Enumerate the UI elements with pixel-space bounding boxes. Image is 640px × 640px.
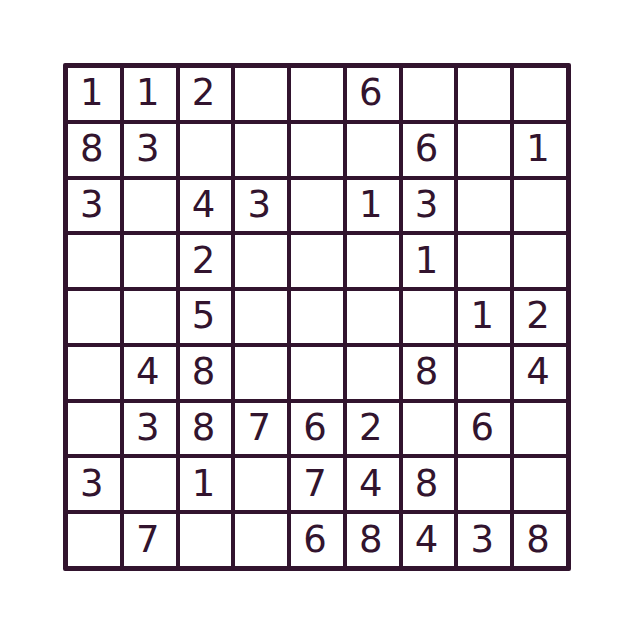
grid-cell[interactable]	[403, 68, 455, 120]
cell-clue-digit: 8	[359, 521, 383, 558]
grid-cell[interactable]: 8	[180, 347, 232, 399]
cell-clue-digit: 6	[303, 409, 327, 446]
grid-cell[interactable]	[514, 403, 566, 455]
cell-clue-digit: 6	[471, 409, 495, 446]
grid-cell[interactable]	[514, 458, 566, 510]
grid-cell[interactable]: 8	[514, 514, 566, 566]
grid-cell[interactable]: 2	[180, 235, 232, 287]
puzzle-page: 112683613431321512488438762631748768438	[0, 0, 640, 640]
grid-cell[interactable]	[68, 514, 120, 566]
grid-cell[interactable]: 3	[235, 180, 287, 232]
grid-cell[interactable]	[124, 458, 176, 510]
grid-cell[interactable]	[235, 458, 287, 510]
grid-cell[interactable]: 6	[403, 124, 455, 176]
grid-cell[interactable]	[291, 347, 343, 399]
cell-clue-digit: 5	[192, 297, 216, 334]
grid-cell[interactable]: 4	[514, 347, 566, 399]
grid-cell[interactable]: 3	[68, 180, 120, 232]
cell-clue-digit: 8	[192, 353, 216, 390]
grid-cell[interactable]: 1	[124, 68, 176, 120]
cell-clue-digit: 8	[192, 409, 216, 446]
cell-clue-digit: 4	[415, 521, 439, 558]
grid-cell[interactable]: 8	[403, 347, 455, 399]
cell-clue-digit: 7	[136, 521, 160, 558]
grid-cell[interactable]: 1	[514, 124, 566, 176]
grid-cell[interactable]: 2	[347, 403, 399, 455]
cell-clue-digit: 3	[247, 186, 271, 223]
grid-cell[interactable]	[124, 235, 176, 287]
grid-cell[interactable]: 4	[347, 458, 399, 510]
grid-cell[interactable]: 3	[458, 514, 510, 566]
grid-cell[interactable]	[458, 124, 510, 176]
grid-cell[interactable]	[347, 347, 399, 399]
grid-cell[interactable]	[458, 180, 510, 232]
cell-clue-digit: 6	[415, 130, 439, 167]
grid-cell[interactable]: 6	[458, 403, 510, 455]
cell-clue-digit: 2	[526, 297, 550, 334]
cell-clue-digit: 2	[359, 409, 383, 446]
grid-cell[interactable]	[347, 291, 399, 343]
cell-clue-digit: 3	[415, 186, 439, 223]
grid-cell[interactable]: 4	[403, 514, 455, 566]
cell-clue-digit: 2	[192, 242, 216, 279]
grid-cell[interactable]	[235, 347, 287, 399]
grid-cell[interactable]	[291, 291, 343, 343]
grid-cell[interactable]	[514, 180, 566, 232]
grid-cell[interactable]	[235, 235, 287, 287]
grid-cell[interactable]	[68, 403, 120, 455]
grid-cell[interactable]	[347, 235, 399, 287]
grid-cell[interactable]	[291, 68, 343, 120]
grid-cell[interactable]: 8	[180, 403, 232, 455]
cell-clue-digit: 7	[247, 409, 271, 446]
grid-cell[interactable]	[124, 180, 176, 232]
cell-clue-digit: 6	[303, 521, 327, 558]
cell-clue-digit: 8	[415, 353, 439, 390]
grid-cell[interactable]	[347, 124, 399, 176]
puzzle-grid: 112683613431321512488438762631748768438	[63, 63, 571, 571]
cell-clue-digit: 3	[80, 465, 104, 502]
cell-clue-digit: 8	[415, 465, 439, 502]
grid-cell[interactable]	[124, 291, 176, 343]
grid-cell[interactable]: 3	[124, 403, 176, 455]
grid-cell[interactable]	[68, 347, 120, 399]
cell-clue-digit: 7	[303, 465, 327, 502]
cell-clue-digit: 4	[136, 353, 160, 390]
cell-clue-digit: 4	[359, 465, 383, 502]
cell-clue-digit: 1	[526, 130, 550, 167]
grid-cell[interactable]	[235, 124, 287, 176]
grid-cell[interactable]: 1	[68, 68, 120, 120]
grid-cell[interactable]	[458, 458, 510, 510]
cell-clue-digit: 2	[192, 74, 216, 111]
grid-cell[interactable]: 3	[403, 180, 455, 232]
cell-clue-digit: 4	[192, 186, 216, 223]
grid-cell[interactable]	[291, 235, 343, 287]
cell-clue-digit: 8	[526, 521, 550, 558]
grid-cell[interactable]	[514, 68, 566, 120]
grid-cell[interactable]	[180, 514, 232, 566]
grid-cell[interactable]: 8	[347, 514, 399, 566]
grid-cell[interactable]: 4	[124, 347, 176, 399]
cell-clue-digit: 1	[471, 297, 495, 334]
cell-clue-digit: 6	[359, 74, 383, 111]
grid-cell[interactable]: 8	[403, 458, 455, 510]
cell-clue-digit: 1	[136, 74, 160, 111]
grid-cell[interactable]	[235, 514, 287, 566]
grid-cell[interactable]	[235, 68, 287, 120]
cell-clue-digit: 1	[415, 242, 439, 279]
grid-cell[interactable]: 6	[291, 514, 343, 566]
grid-cell[interactable]: 7	[291, 458, 343, 510]
grid-cell[interactable]	[235, 291, 287, 343]
cell-clue-digit: 1	[192, 465, 216, 502]
grid-cell[interactable]: 2	[514, 291, 566, 343]
cell-clue-digit: 3	[471, 521, 495, 558]
grid-cell[interactable]: 1	[458, 291, 510, 343]
cell-clue-digit: 3	[136, 130, 160, 167]
grid-cell[interactable]	[458, 235, 510, 287]
grid-cell[interactable]: 1	[403, 235, 455, 287]
cell-clue-digit: 1	[80, 74, 104, 111]
cell-clue-digit: 3	[80, 186, 104, 223]
grid-cell[interactable]	[458, 347, 510, 399]
grid-cell[interactable]: 5	[180, 291, 232, 343]
grid-cell[interactable]: 6	[347, 68, 399, 120]
cell-clue-digit: 1	[359, 186, 383, 223]
grid-cell[interactable]	[514, 235, 566, 287]
grid-cell[interactable]: 1	[347, 180, 399, 232]
grid-cell[interactable]: 2	[180, 68, 232, 120]
grid-cell[interactable]	[458, 68, 510, 120]
grid-cell[interactable]	[291, 124, 343, 176]
grid-cell[interactable]	[403, 291, 455, 343]
grid-cell[interactable]	[68, 291, 120, 343]
grid-cell[interactable]	[68, 235, 120, 287]
grid-cell[interactable]: 7	[235, 403, 287, 455]
cell-clue-digit: 8	[80, 130, 104, 167]
grid-cell[interactable]	[403, 403, 455, 455]
grid-cell[interactable]: 3	[124, 124, 176, 176]
grid-cell[interactable]: 6	[291, 403, 343, 455]
grid-cell[interactable]: 8	[68, 124, 120, 176]
grid-cell[interactable]: 1	[180, 458, 232, 510]
grid-cell[interactable]: 4	[180, 180, 232, 232]
grid-cell[interactable]: 3	[68, 458, 120, 510]
cell-clue-digit: 3	[136, 409, 160, 446]
grid-cell[interactable]	[291, 180, 343, 232]
cell-clue-digit: 4	[526, 353, 550, 390]
grid-cell[interactable]: 7	[124, 514, 176, 566]
grid-cell[interactable]	[180, 124, 232, 176]
